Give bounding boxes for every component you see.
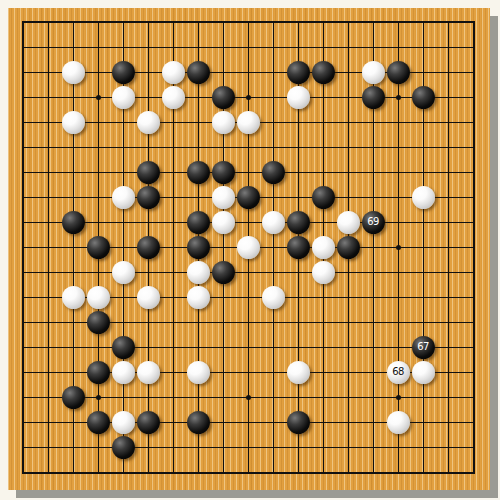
star-point <box>396 95 401 100</box>
white-stone[interactable] <box>112 86 135 109</box>
star-point <box>396 245 401 250</box>
black-stone[interactable] <box>387 61 410 84</box>
black-stone[interactable] <box>87 311 110 334</box>
black-stone[interactable] <box>62 386 85 409</box>
white-stone[interactable] <box>362 61 385 84</box>
white-stone[interactable] <box>212 211 235 234</box>
white-stone[interactable] <box>387 411 410 434</box>
black-stone[interactable] <box>212 86 235 109</box>
black-stone[interactable]: 69 <box>362 211 385 234</box>
black-stone[interactable] <box>312 186 335 209</box>
black-stone[interactable] <box>187 161 210 184</box>
black-stone[interactable] <box>137 236 160 259</box>
black-stone[interactable] <box>212 261 235 284</box>
black-stone[interactable] <box>312 61 335 84</box>
black-stone[interactable] <box>87 236 110 259</box>
white-stone[interactable] <box>62 61 85 84</box>
white-stone[interactable] <box>337 211 360 234</box>
black-stone[interactable] <box>287 61 310 84</box>
white-stone[interactable] <box>212 111 235 134</box>
star-point <box>396 395 401 400</box>
white-stone[interactable] <box>187 261 210 284</box>
white-stone[interactable] <box>162 61 185 84</box>
white-stone[interactable] <box>62 286 85 309</box>
black-stone[interactable] <box>187 236 210 259</box>
black-stone[interactable] <box>262 161 285 184</box>
white-stone[interactable] <box>187 286 210 309</box>
black-stone[interactable] <box>112 61 135 84</box>
white-stone[interactable] <box>312 261 335 284</box>
white-stone[interactable] <box>237 236 260 259</box>
black-stone[interactable] <box>187 61 210 84</box>
black-stone[interactable] <box>112 436 135 459</box>
black-stone[interactable] <box>87 411 110 434</box>
white-stone[interactable] <box>187 361 210 384</box>
black-stone[interactable] <box>287 411 310 434</box>
star-point <box>246 95 251 100</box>
black-stone[interactable] <box>362 86 385 109</box>
move-number-label: 69 <box>367 217 379 227</box>
go-board-diagram: 696768 <box>0 0 500 500</box>
move-number-label: 68 <box>392 367 404 377</box>
star-point <box>246 395 251 400</box>
black-stone[interactable] <box>237 186 260 209</box>
white-stone[interactable] <box>287 361 310 384</box>
star-point <box>96 395 101 400</box>
white-stone[interactable] <box>137 111 160 134</box>
white-stone[interactable] <box>287 86 310 109</box>
black-stone[interactable] <box>287 211 310 234</box>
star-point <box>96 95 101 100</box>
black-stone[interactable] <box>187 211 210 234</box>
white-stone[interactable] <box>212 186 235 209</box>
white-stone[interactable] <box>137 286 160 309</box>
move-number-label: 67 <box>417 342 429 352</box>
black-stone[interactable] <box>87 361 110 384</box>
white-stone[interactable] <box>412 186 435 209</box>
black-stone[interactable] <box>137 161 160 184</box>
white-stone[interactable]: 68 <box>387 361 410 384</box>
black-stone[interactable] <box>287 236 310 259</box>
white-stone[interactable] <box>112 361 135 384</box>
white-stone[interactable] <box>237 111 260 134</box>
white-stone[interactable] <box>112 411 135 434</box>
white-stone[interactable] <box>112 186 135 209</box>
white-stone[interactable] <box>162 86 185 109</box>
black-stone[interactable]: 67 <box>412 336 435 359</box>
white-stone[interactable] <box>262 211 285 234</box>
white-stone[interactable] <box>312 236 335 259</box>
goban[interactable]: 696768 <box>8 8 490 490</box>
black-stone[interactable] <box>62 211 85 234</box>
black-stone[interactable] <box>137 186 160 209</box>
white-stone[interactable] <box>412 361 435 384</box>
white-stone[interactable] <box>137 361 160 384</box>
white-stone[interactable] <box>262 286 285 309</box>
grid-lines: 696768 <box>23 22 474 473</box>
black-stone[interactable] <box>137 411 160 434</box>
black-stone[interactable] <box>212 161 235 184</box>
black-stone[interactable] <box>187 411 210 434</box>
white-stone[interactable] <box>87 286 110 309</box>
black-stone[interactable] <box>112 336 135 359</box>
black-stone[interactable] <box>412 86 435 109</box>
white-stone[interactable] <box>112 261 135 284</box>
black-stone[interactable] <box>337 236 360 259</box>
white-stone[interactable] <box>62 111 85 134</box>
